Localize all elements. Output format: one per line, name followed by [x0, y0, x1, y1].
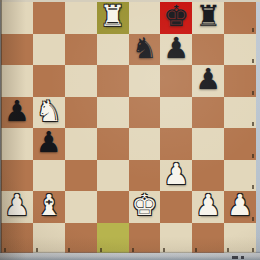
piece-black-pawn[interactable]: ♟	[36, 128, 62, 157]
square-g7[interactable]	[192, 34, 224, 66]
square-a3[interactable]	[1, 160, 33, 192]
file-label-mark	[195, 248, 197, 252]
square-a5[interactable]: ♟	[1, 97, 33, 129]
square-b2[interactable]: ♝	[33, 191, 65, 223]
square-b5[interactable]: ♞	[33, 97, 65, 129]
file-label-mark	[36, 248, 38, 252]
square-a2[interactable]: ♟	[1, 191, 33, 223]
square-f5[interactable]	[160, 97, 192, 129]
piece-black-pawn[interactable]: ♟	[4, 97, 30, 126]
rank-label-mark	[252, 217, 254, 221]
square-e4[interactable]	[129, 128, 161, 160]
square-c7[interactable]	[65, 34, 97, 66]
square-c4[interactable]	[65, 128, 97, 160]
file-label-mark	[132, 248, 134, 252]
piece-white-bishop[interactable]: ♝	[36, 191, 62, 220]
square-d7[interactable]	[97, 34, 129, 66]
piece-black-rook[interactable]: ♜	[195, 2, 221, 31]
piece-black-king[interactable]: ♚	[163, 2, 189, 31]
board-photo: ♜♚♜♞♟♟♟♞♟♟♟♝♚♟♟	[0, 0, 260, 260]
square-e3[interactable]	[129, 160, 161, 192]
square-b4[interactable]: ♟	[33, 128, 65, 160]
square-a7[interactable]	[1, 34, 33, 66]
piece-white-pawn[interactable]: ♟	[163, 160, 189, 189]
square-d5[interactable]	[97, 97, 129, 129]
piece-white-pawn[interactable]: ♟	[195, 191, 221, 220]
photo-left-shadow	[0, 0, 2, 254]
square-d3[interactable]	[97, 160, 129, 192]
piece-black-pawn[interactable]: ♟	[195, 65, 221, 94]
square-e2[interactable]: ♚	[129, 191, 161, 223]
rank-label-mark	[252, 154, 254, 158]
piece-white-knight[interactable]: ♞	[36, 97, 62, 126]
photo-artifact	[241, 256, 244, 259]
square-d8[interactable]: ♜	[97, 2, 129, 34]
chess-board[interactable]: ♜♚♜♞♟♟♟♞♟♟♟♝♚♟♟	[1, 2, 256, 254]
square-c3[interactable]	[65, 160, 97, 192]
square-c2[interactable]	[65, 191, 97, 223]
square-f8[interactable]: ♚	[160, 2, 192, 34]
rank-label-mark	[252, 248, 254, 252]
square-f3[interactable]: ♟	[160, 160, 192, 192]
photo-artifact	[232, 256, 238, 259]
square-c6[interactable]	[65, 65, 97, 97]
file-label-mark	[227, 248, 229, 252]
square-e8[interactable]	[129, 2, 161, 34]
square-a4[interactable]	[1, 128, 33, 160]
square-f6[interactable]	[160, 65, 192, 97]
square-d2[interactable]	[97, 191, 129, 223]
rank-label-mark	[252, 185, 254, 189]
square-g2[interactable]: ♟	[192, 191, 224, 223]
square-g5[interactable]	[192, 97, 224, 129]
piece-black-knight[interactable]: ♞	[131, 34, 157, 63]
square-b8[interactable]	[33, 2, 65, 34]
rank-label-mark	[252, 91, 254, 95]
square-f7[interactable]: ♟	[160, 34, 192, 66]
square-a6[interactable]	[1, 65, 33, 97]
piece-white-king[interactable]: ♚	[131, 191, 157, 220]
square-g8[interactable]: ♜	[192, 2, 224, 34]
square-d4[interactable]	[97, 128, 129, 160]
file-label-mark	[163, 248, 165, 252]
square-f4[interactable]	[160, 128, 192, 160]
piece-white-pawn[interactable]: ♟	[4, 191, 30, 220]
square-e6[interactable]	[129, 65, 161, 97]
piece-white-rook[interactable]: ♜	[100, 2, 126, 31]
square-b6[interactable]	[33, 65, 65, 97]
piece-white-pawn[interactable]: ♟	[227, 191, 253, 220]
square-d6[interactable]	[97, 65, 129, 97]
file-label-mark	[68, 248, 70, 252]
square-b3[interactable]	[33, 160, 65, 192]
square-g4[interactable]	[192, 128, 224, 160]
square-g6[interactable]: ♟	[192, 65, 224, 97]
photo-bottom-band	[0, 253, 260, 260]
square-e5[interactable]	[129, 97, 161, 129]
rank-label-mark	[252, 28, 254, 32]
square-e7[interactable]: ♞	[129, 34, 161, 66]
file-label-mark	[4, 248, 6, 252]
rank-label-mark	[252, 59, 254, 63]
piece-black-pawn[interactable]: ♟	[163, 34, 189, 63]
file-label-mark	[100, 248, 102, 252]
square-b7[interactable]	[33, 34, 65, 66]
square-c5[interactable]	[65, 97, 97, 129]
square-f2[interactable]	[160, 191, 192, 223]
square-g3[interactable]	[192, 160, 224, 192]
square-a8[interactable]	[1, 2, 33, 34]
square-c8[interactable]	[65, 2, 97, 34]
rank-label-mark	[252, 122, 254, 126]
